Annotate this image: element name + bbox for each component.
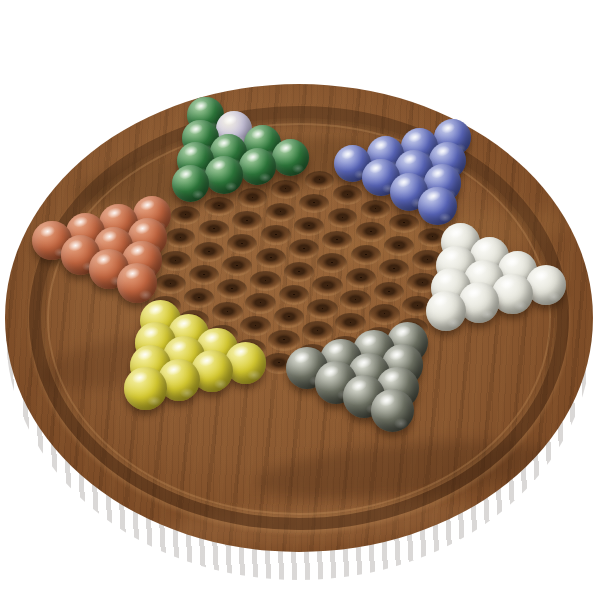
blue-marble[interactable] [418, 187, 456, 225]
board-hole[interactable] [361, 200, 390, 219]
board-hole[interactable] [245, 293, 276, 313]
board-hole[interactable] [340, 290, 371, 310]
board-hole[interactable] [299, 194, 328, 213]
board-hole[interactable] [166, 228, 196, 248]
star-grid [0, 0, 600, 600]
board-hole[interactable] [212, 302, 243, 322]
board-hole[interactable] [356, 222, 386, 242]
board-hole[interactable] [317, 253, 347, 273]
board-hole[interactable] [279, 285, 310, 305]
board-hole[interactable] [189, 265, 219, 285]
board-hole[interactable] [155, 274, 185, 294]
board-hole[interactable] [240, 316, 271, 336]
board-hole[interactable] [274, 307, 305, 327]
red-orange-marble[interactable] [117, 263, 157, 303]
board-hole[interactable] [312, 276, 342, 296]
board-hole[interactable] [261, 225, 291, 245]
board-hole[interactable] [266, 203, 295, 222]
board-hole[interactable] [369, 304, 400, 324]
board-hole[interactable] [238, 188, 267, 207]
board-hole[interactable] [294, 217, 324, 237]
board-hole[interactable] [284, 262, 314, 282]
green-marble[interactable] [272, 139, 309, 176]
board-hole[interactable] [256, 248, 286, 268]
board-hole[interactable] [302, 321, 333, 342]
board-hole[interactable] [204, 197, 233, 216]
board-hole[interactable] [346, 268, 376, 288]
chinese-checkers-board-photo [0, 0, 600, 600]
white-marble[interactable] [426, 291, 467, 332]
board-hole[interactable] [194, 242, 224, 262]
board-hole[interactable] [379, 259, 409, 279]
board-hole[interactable] [160, 251, 190, 271]
board-hole[interactable] [351, 245, 381, 265]
board-hole[interactable] [222, 256, 252, 276]
board-hole[interactable] [199, 220, 229, 240]
board-hole[interactable] [250, 271, 280, 291]
board-hole[interactable] [384, 236, 414, 256]
board-hole[interactable] [335, 313, 366, 333]
board-hole[interactable] [328, 208, 358, 227]
white-marble[interactable] [492, 274, 532, 314]
black-marble[interactable] [371, 389, 414, 432]
board-hole[interactable] [389, 214, 419, 234]
board-hole[interactable] [232, 211, 262, 231]
board-hole[interactable] [305, 171, 334, 190]
green-marble[interactable] [172, 165, 210, 203]
green-marble[interactable] [205, 156, 243, 194]
board-hole[interactable] [227, 234, 257, 254]
board-hole[interactable] [307, 299, 338, 319]
board-hole[interactable] [217, 279, 248, 299]
board-hole[interactable] [289, 239, 319, 259]
board-hole[interactable] [374, 282, 405, 302]
board-hole[interactable] [322, 231, 352, 251]
green-marble[interactable] [239, 148, 276, 185]
yellow-marble[interactable] [124, 367, 166, 409]
board-hole[interactable] [171, 206, 200, 225]
board-hole[interactable] [333, 185, 362, 204]
board-hole[interactable] [271, 180, 300, 199]
board-hole[interactable] [268, 330, 299, 351]
board-hole[interactable] [184, 288, 215, 308]
